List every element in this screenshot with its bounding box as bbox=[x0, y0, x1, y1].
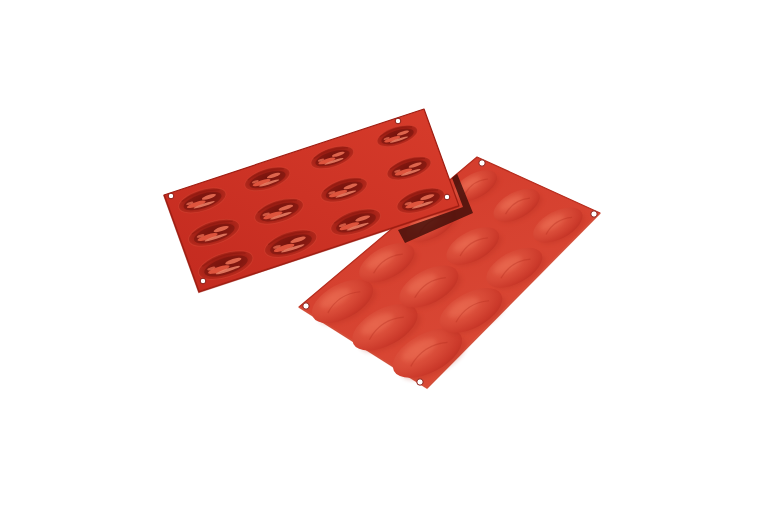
silicone-molds-illustration bbox=[0, 0, 764, 520]
corner-hole bbox=[417, 379, 423, 385]
product-photo bbox=[0, 0, 764, 520]
corner-hole bbox=[479, 160, 485, 166]
corner-hole bbox=[444, 194, 450, 200]
corner-hole bbox=[395, 118, 401, 124]
corner-hole bbox=[591, 211, 597, 217]
corner-hole bbox=[168, 193, 174, 199]
corner-hole bbox=[303, 303, 309, 309]
corner-hole bbox=[200, 278, 206, 284]
